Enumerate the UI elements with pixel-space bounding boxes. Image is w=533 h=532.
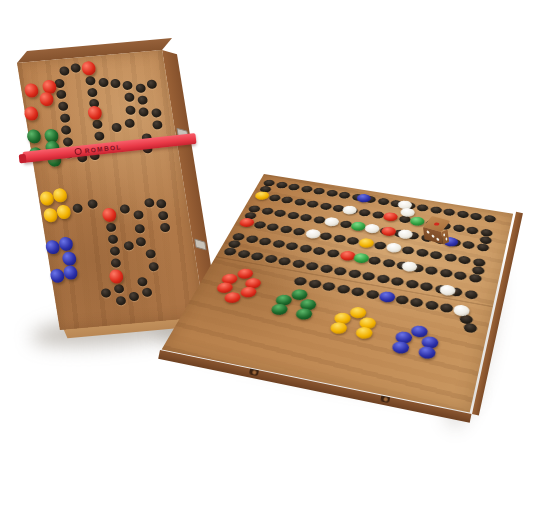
board-hole [483,214,496,223]
die-pip [446,237,448,241]
yellow-marble [56,205,71,220]
board-hole [106,222,117,231]
board-hole [286,211,300,220]
band-notch [249,368,259,376]
board-hole [429,250,443,260]
board-hole [306,200,320,208]
white-marble [341,205,358,215]
board-hole [415,248,429,258]
die-pip [443,233,445,237]
board-hole [87,199,98,208]
board-hole [274,181,288,189]
board-hole [72,203,83,212]
board-hole [92,119,103,128]
board-hole [300,185,314,193]
open-board [162,174,513,413]
board-hole [56,89,67,98]
board-hole [367,256,382,266]
red-marble [24,83,39,98]
board-hole [291,259,306,269]
board-hole [85,76,96,85]
board-hole [151,108,162,117]
board-hole [463,289,478,300]
board-hole [278,225,293,234]
board-hole [287,183,301,191]
board-hole [109,246,120,255]
board-hole [123,241,134,250]
red-marble [81,61,96,76]
board-hole [60,113,71,122]
board-hole [273,209,287,218]
green-marble [409,216,425,226]
green-marble [352,252,370,264]
board-hole [277,256,292,266]
board-hole [236,249,251,259]
board-hole [463,322,478,333]
board-hole [312,187,326,195]
rombol-logo-icon [74,148,82,156]
red-marble [87,105,102,120]
board-hole [390,276,405,286]
board-hole [350,287,365,298]
red-marble [39,92,54,107]
board-hole [453,271,467,281]
board-hole [124,92,135,101]
board-hole [260,207,274,216]
blue-marble [45,240,60,255]
board-hole [94,131,105,140]
board-hole [333,266,348,276]
board-hole [325,249,340,259]
board-hole [100,288,111,297]
board-hole [284,242,299,251]
board-hole [148,262,159,271]
brand-label: ROMBOL [84,143,122,154]
yellow-marble [39,191,54,206]
board-hole [416,204,429,212]
yellow-marble [52,188,67,203]
board-hole [119,204,130,213]
board-hole [373,241,387,250]
board-hole [60,125,71,134]
white-marble [385,242,402,253]
red-marble [382,211,398,221]
board-hole [424,266,438,276]
blue-marble [61,251,76,266]
rubber-band-fold [19,154,27,164]
board-hole [133,210,144,219]
yellow-marble [358,237,375,248]
board-hole [293,276,309,286]
board-hole [298,244,313,253]
board-hole [358,208,372,217]
blue-marble [63,265,78,280]
board-hole [466,226,479,235]
board-hole [263,254,278,264]
board-hole [361,271,376,281]
board-hole [144,198,155,207]
board-hole [138,107,149,116]
board-hole [58,101,69,110]
board-hole [146,79,157,88]
board-hole [115,296,126,305]
board-hole [443,253,457,263]
board-hole [70,63,81,72]
board-hole [321,281,336,291]
board-hole [307,279,323,289]
board-hole [156,199,167,208]
board-hole [257,237,272,246]
green-marble [26,129,41,144]
board-hole [305,261,320,271]
board-hole [439,268,453,278]
red-marble [239,286,258,299]
product-photo-scene: ROMBOL [0,0,533,532]
blue-marble [378,290,396,303]
white-marble [364,223,381,234]
board-hole [152,120,163,129]
board-hole [338,191,352,199]
notch-pin [252,370,257,375]
band-notch [380,395,390,403]
board-hole [365,289,380,300]
board-hole [325,189,339,197]
red-marble [108,269,123,284]
board-hole [347,269,362,279]
board-hole [222,247,238,257]
board-hole [442,208,455,217]
board-hole [135,237,146,246]
board-hole [128,292,139,301]
notch-pin [383,397,388,402]
board-hole [319,264,334,274]
board-hole [292,227,307,236]
board-hole [419,282,434,292]
board-hole [439,303,454,314]
board-hole [319,202,333,210]
board-hole [98,78,109,87]
board-hole [429,206,442,215]
board-hole [110,79,121,88]
board-hole [335,284,350,294]
board-hole [375,274,390,284]
white-marble [323,216,340,227]
board-hole [376,197,390,205]
board-hole [110,258,121,267]
board-hole [409,297,424,308]
board-hole [142,287,153,296]
board-hole [62,137,73,146]
board-hole [137,95,148,104]
red-marble [23,106,38,121]
board-hole [381,258,396,268]
board-hole [424,300,439,311]
board-hole [267,194,281,202]
board-hole [87,88,98,97]
board-hole [394,294,409,305]
board-hole [404,279,419,289]
die-pip [427,230,430,234]
board-hole [319,232,334,241]
board-hole [401,246,415,255]
board-hole [271,239,286,248]
board-hole [312,246,327,256]
board-hole [469,212,482,221]
board-hole [462,240,476,249]
board-hole [299,213,313,222]
hinge-icon [194,238,206,250]
board-hole [125,105,136,114]
die-pip [431,234,434,238]
board-hole [158,211,169,220]
die-right-face [442,230,450,245]
board-hole [122,81,133,90]
board-hole [265,223,280,232]
blue-marble [58,236,73,251]
board-hole [107,234,118,243]
board-hole [457,255,471,265]
board-hole [145,249,156,258]
board-hole [293,198,307,206]
board-hole [252,220,267,229]
board-hole [160,223,171,232]
die-pip [433,222,440,226]
board-hole [135,83,146,92]
board-hole [332,234,347,243]
blue-marble [49,268,64,283]
board-hole [249,252,264,262]
yellow-marble [43,208,58,223]
board-hole [113,284,124,293]
board-hole [280,196,294,204]
board-hole [244,235,259,244]
board-hole [124,118,135,127]
board-hole [137,277,148,286]
board-hole [456,210,469,219]
red-marble [101,207,116,222]
board-hole [59,66,70,75]
board-hole [111,123,122,132]
board-hole [452,224,466,233]
board-hole [134,224,145,233]
die-pip [436,238,439,242]
